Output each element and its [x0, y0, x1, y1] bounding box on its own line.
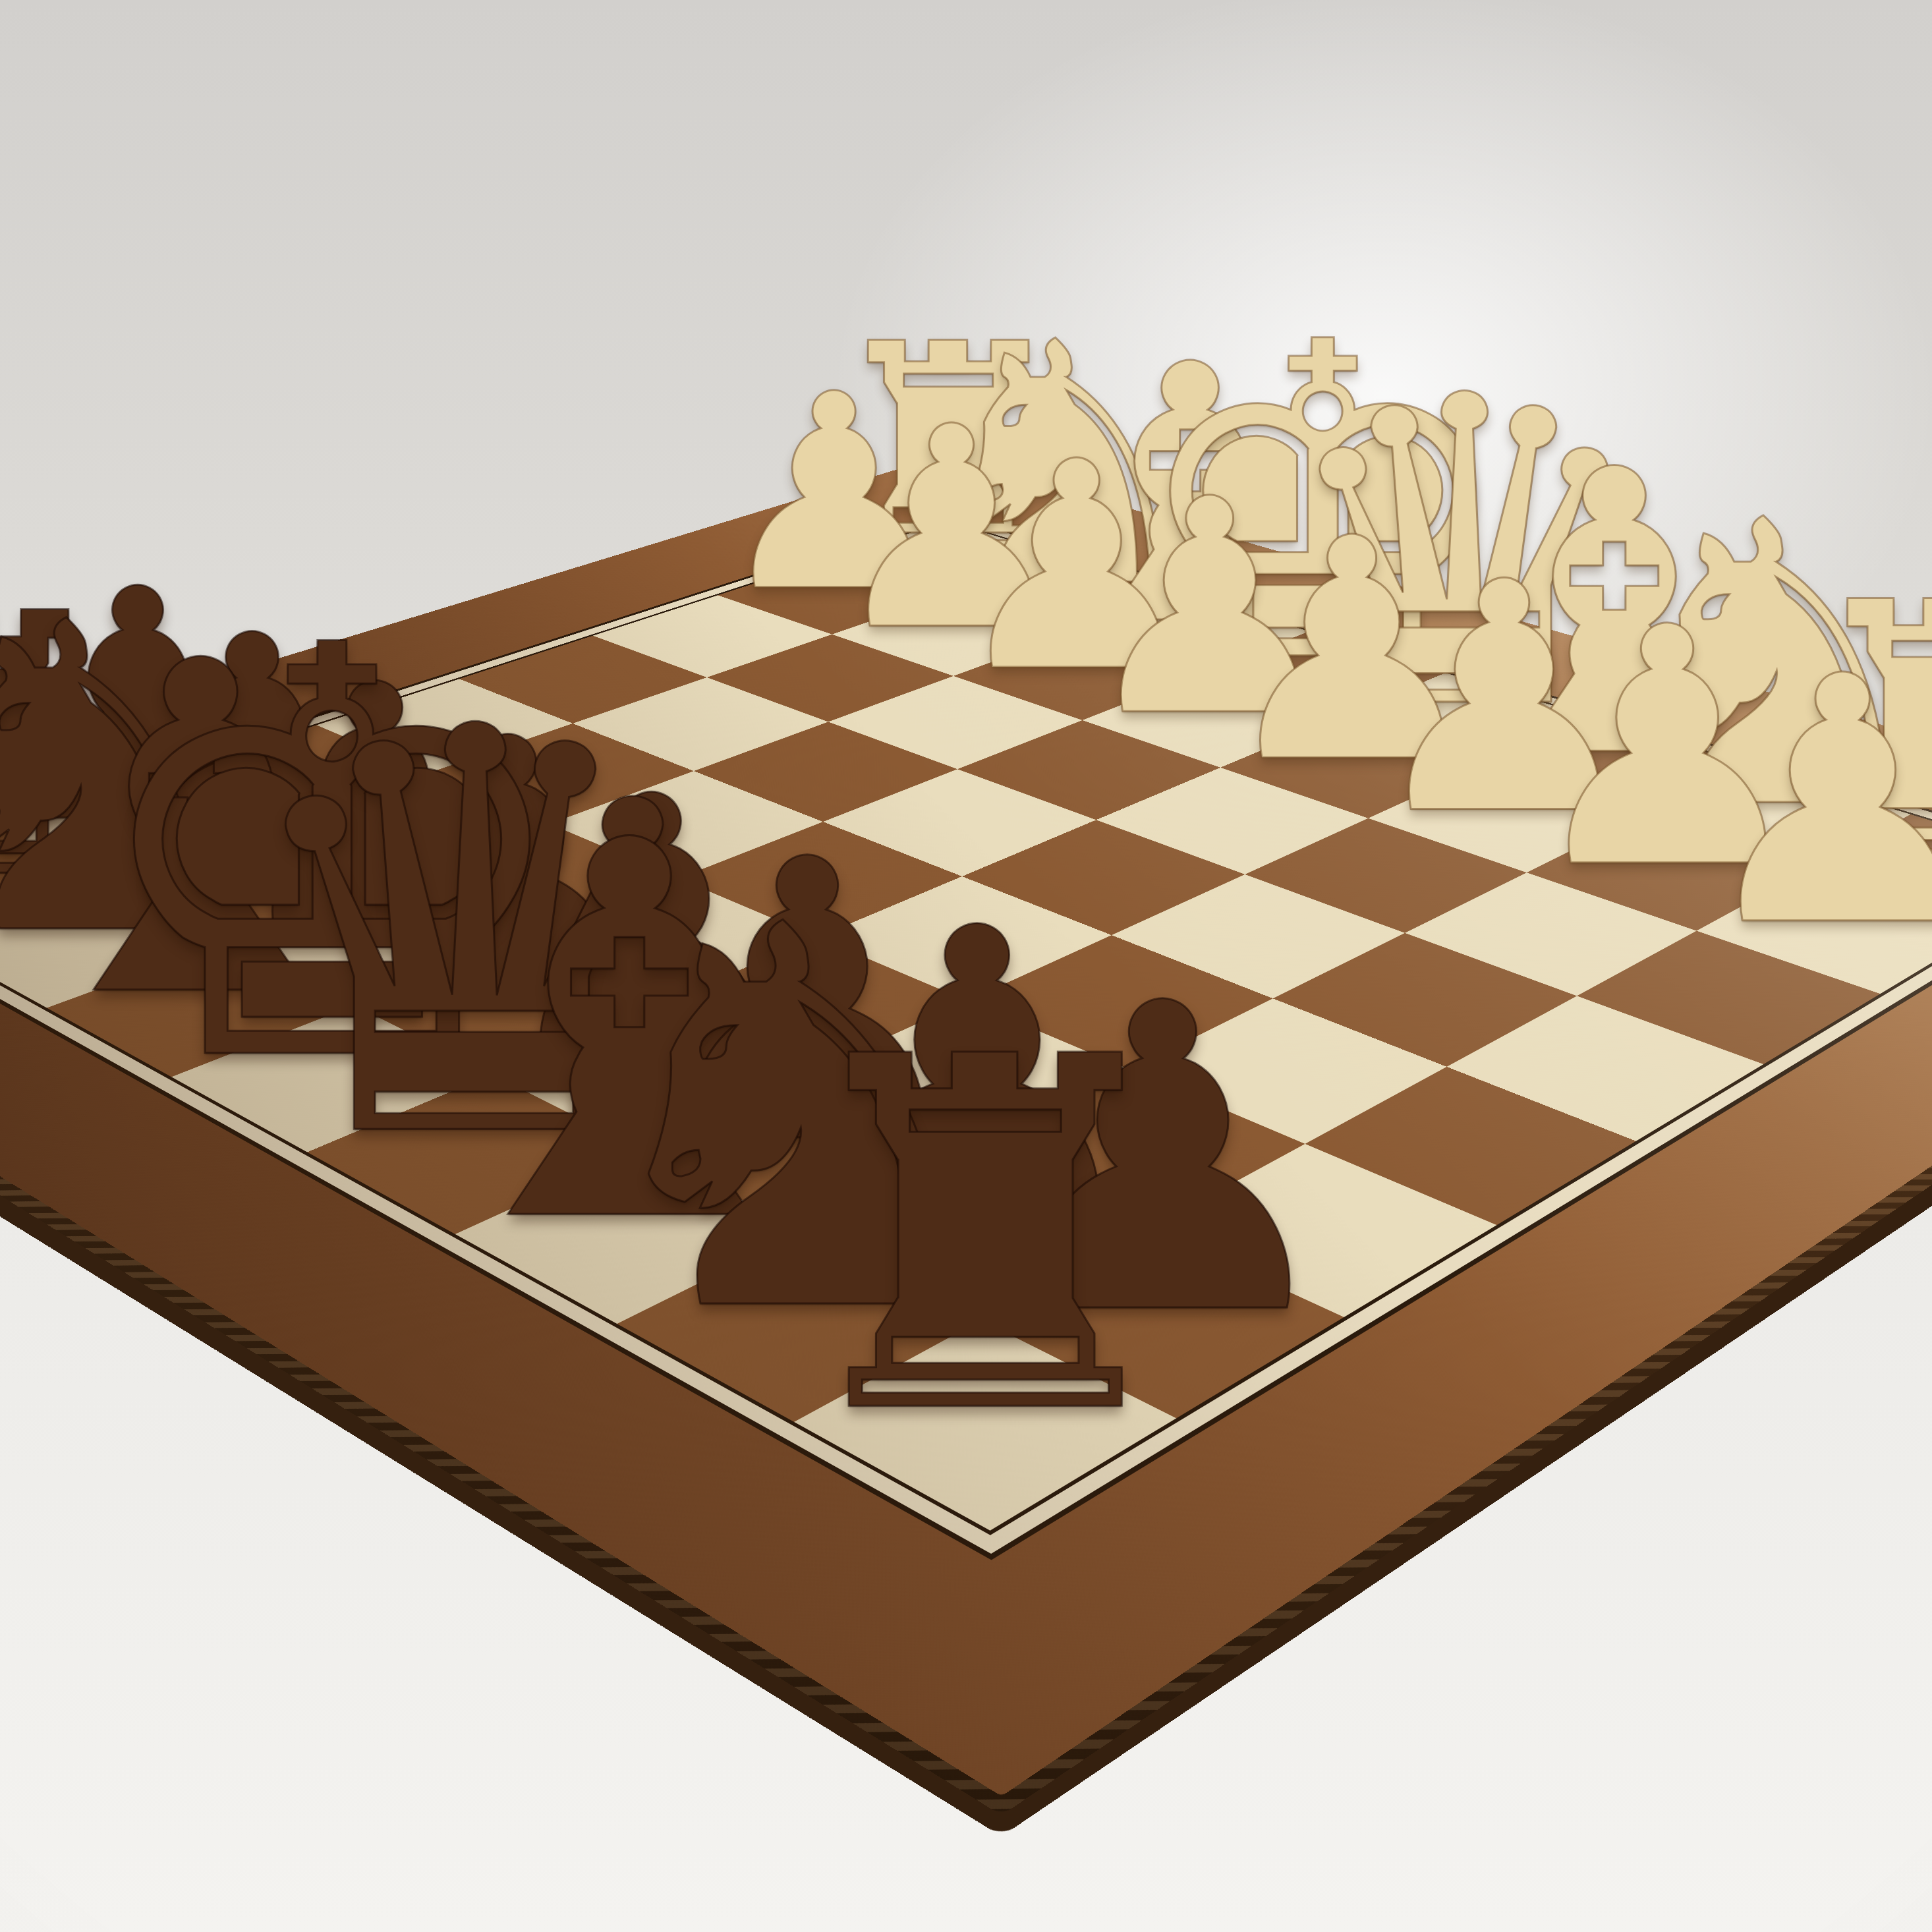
piece-layer: ♜♞♝♛♚♝♞♜♟♟♟♟♟♟♟♟♟♟♟♟♟♟♟♟♜♞♝♛♚♝♞♜ — [0, 0, 1932, 1932]
piece-white-pawn-a2[interactable]: ♟ — [1690, 632, 1932, 973]
photo-canvas: { "game": "chess", "scene": { "descripti… — [0, 0, 1932, 1932]
piece-black-rook-a8[interactable]: ♜ — [768, 996, 1203, 1481]
